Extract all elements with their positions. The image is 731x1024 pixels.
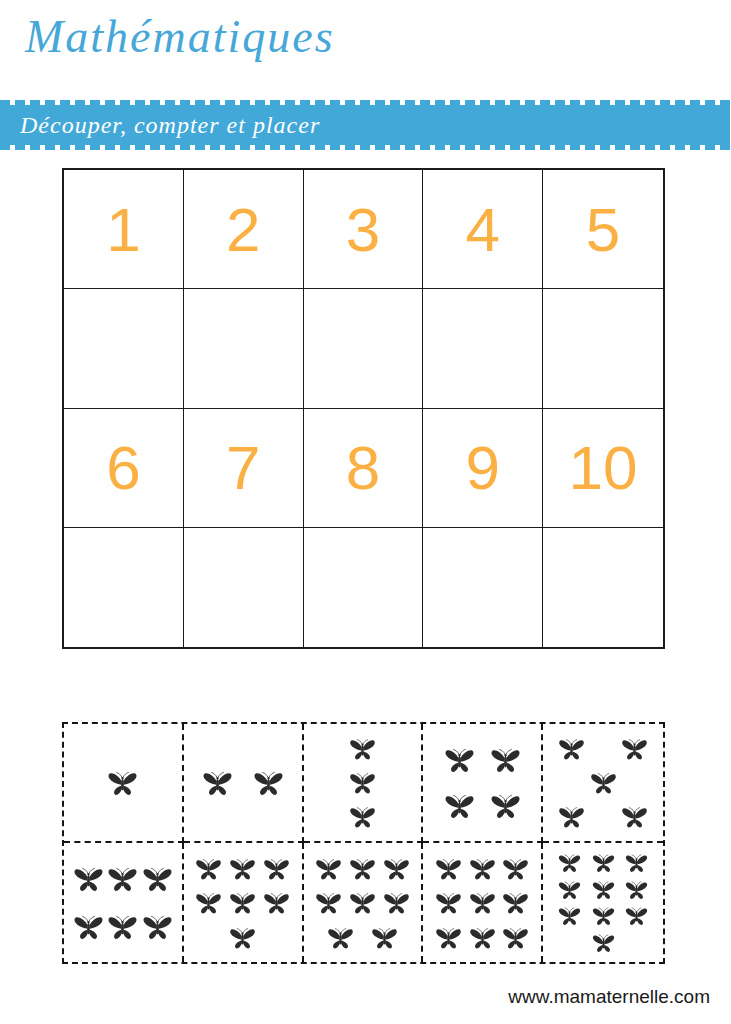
butterfly-icon	[72, 910, 105, 943]
butterfly-icon	[443, 789, 476, 822]
page-title: Mathématiques	[25, 10, 335, 63]
number-cell-2: 2	[184, 170, 304, 289]
butterfly-row	[310, 802, 416, 831]
butterfly-row	[190, 854, 296, 883]
butterfly-card-9[interactable]	[423, 843, 543, 962]
placement-cell-r2c2[interactable]	[184, 289, 304, 408]
butterfly-card-8[interactable]	[304, 843, 424, 962]
butterfly-row	[549, 768, 657, 797]
number-cell-8: 8	[304, 409, 424, 528]
butterfly-icon	[501, 854, 530, 883]
butterfly-icon	[228, 854, 257, 883]
butterfly-card-6[interactable]	[64, 843, 184, 962]
butterfly-row	[310, 734, 416, 763]
butterfly-row	[310, 923, 416, 952]
butterfly-icon	[489, 743, 522, 776]
activity-banner-label: Découper, compter et placer	[0, 105, 730, 145]
butterfly-row	[549, 930, 657, 955]
butterfly-icon	[434, 888, 463, 917]
butterfly-icon	[348, 802, 377, 831]
butterfly-icon	[557, 877, 582, 902]
number-cell-10: 10	[543, 409, 663, 528]
butterfly-icon	[382, 888, 411, 917]
butterfly-icon	[591, 930, 616, 955]
butterfly-row	[429, 854, 535, 883]
activity-banner: Découper, compter et placer	[0, 100, 730, 150]
butterfly-icon	[624, 903, 649, 928]
butterfly-icon	[468, 854, 497, 883]
butterfly-icon	[314, 888, 343, 917]
butterfly-row	[549, 877, 657, 902]
butterfly-icon	[468, 923, 497, 952]
butterfly-icon	[228, 923, 257, 952]
butterfly-card-7[interactable]	[184, 843, 304, 962]
butterfly-icon	[557, 850, 582, 875]
placement-cell-r4c1[interactable]	[64, 528, 184, 647]
butterfly-icon	[434, 923, 463, 952]
butterfly-card-1[interactable]	[64, 724, 184, 843]
butterfly-row	[310, 854, 416, 883]
placement-cell-r4c4[interactable]	[423, 528, 543, 647]
butterfly-icon	[624, 877, 649, 902]
butterfly-card-3[interactable]	[304, 724, 424, 843]
butterfly-icon	[262, 888, 291, 917]
butterfly-icon	[106, 862, 139, 895]
butterfly-row	[549, 850, 657, 875]
butterfly-row	[310, 888, 416, 917]
butterfly-icon	[589, 768, 618, 797]
butterfly-icon	[489, 789, 522, 822]
number-cell-3: 3	[304, 170, 424, 289]
butterfly-icon	[194, 888, 223, 917]
butterfly-row	[549, 802, 657, 831]
butterfly-icon	[591, 903, 616, 928]
number-placement-grid: 12345678910	[62, 168, 665, 649]
butterfly-card-10[interactable]	[543, 843, 663, 962]
placement-cell-r4c2[interactable]	[184, 528, 304, 647]
butterfly-icon	[557, 734, 586, 763]
butterfly-row	[70, 862, 176, 895]
butterfly-icon	[326, 923, 355, 952]
butterfly-row	[190, 923, 296, 952]
butterfly-card-4[interactable]	[423, 724, 543, 843]
butterfly-icon	[557, 802, 586, 831]
butterfly-row	[429, 743, 535, 776]
number-cell-6: 6	[64, 409, 184, 528]
butterfly-icon	[434, 854, 463, 883]
number-cell-4: 4	[423, 170, 543, 289]
butterfly-row	[70, 766, 176, 799]
number-cell-9: 9	[423, 409, 543, 528]
butterfly-icon	[348, 888, 377, 917]
butterfly-icon	[252, 766, 285, 799]
footer-website-link[interactable]: www.mamaternelle.com	[508, 986, 710, 1008]
placement-cell-r4c3[interactable]	[304, 528, 424, 647]
butterfly-row	[190, 888, 296, 917]
butterfly-icon	[141, 910, 174, 943]
placement-cell-r4c5[interactable]	[543, 528, 663, 647]
butterfly-row	[549, 903, 657, 928]
butterfly-icon	[106, 766, 139, 799]
butterfly-card-5[interactable]	[543, 724, 663, 843]
worksheet-page: Mathématiques Découper, compter et place…	[0, 0, 731, 1024]
butterfly-row	[429, 923, 535, 952]
butterfly-icon	[348, 734, 377, 763]
butterfly-icon	[382, 854, 411, 883]
butterfly-icon	[501, 923, 530, 952]
butterfly-icon	[141, 862, 174, 895]
butterfly-icon	[591, 850, 616, 875]
butterfly-row	[429, 888, 535, 917]
butterfly-icon	[557, 903, 582, 928]
butterfly-card-2[interactable]	[184, 724, 304, 843]
butterfly-icon	[201, 766, 234, 799]
butterfly-icon	[348, 768, 377, 797]
placement-cell-r2c5[interactable]	[543, 289, 663, 408]
butterfly-cards-grid	[62, 722, 665, 964]
butterfly-icon	[620, 734, 649, 763]
butterfly-row	[190, 766, 296, 799]
butterfly-icon	[106, 910, 139, 943]
number-cell-5: 5	[543, 170, 663, 289]
butterfly-icon	[228, 888, 257, 917]
butterfly-icon	[620, 802, 649, 831]
butterfly-icon	[370, 923, 399, 952]
butterfly-icon	[314, 854, 343, 883]
butterfly-row	[549, 734, 657, 763]
butterfly-icon	[72, 862, 105, 895]
butterfly-icon	[624, 850, 649, 875]
number-cell-1: 1	[64, 170, 184, 289]
butterfly-icon	[348, 854, 377, 883]
butterfly-icon	[468, 888, 497, 917]
butterfly-icon	[501, 888, 530, 917]
butterfly-icon	[443, 743, 476, 776]
placement-cell-r2c1[interactable]	[64, 289, 184, 408]
butterfly-row	[70, 910, 176, 943]
butterfly-icon	[194, 854, 223, 883]
number-cell-7: 7	[184, 409, 304, 528]
butterfly-row	[429, 789, 535, 822]
placement-cell-r2c4[interactable]	[423, 289, 543, 408]
placement-cell-r2c3[interactable]	[304, 289, 424, 408]
butterfly-icon	[262, 854, 291, 883]
butterfly-icon	[591, 877, 616, 902]
butterfly-row	[310, 768, 416, 797]
